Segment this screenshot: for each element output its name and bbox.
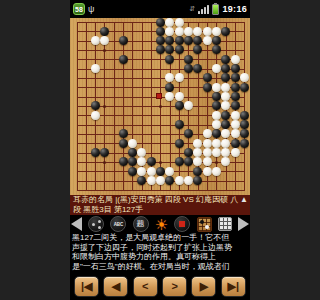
black-stone xyxy=(193,167,202,176)
problem-mode-button[interactable]: 题 xyxy=(133,216,149,232)
white-stone xyxy=(231,148,240,157)
black-stone xyxy=(231,73,240,82)
commentary-line: 声援了下边四子，同时还起到了扩张上边黑势 xyxy=(72,243,248,253)
black-stone xyxy=(128,148,137,157)
battery-percent-badge: 58 xyxy=(73,3,85,15)
black-stone xyxy=(165,55,174,64)
black-stone xyxy=(175,101,184,110)
white-stone xyxy=(175,18,184,27)
black-stone xyxy=(212,45,221,54)
black-stone xyxy=(175,45,184,54)
white-stone xyxy=(91,36,100,45)
black-stone xyxy=(212,101,221,110)
settings-sun-icon[interactable]: ☀ xyxy=(155,217,168,232)
commentary-line: 黑127二间关，是大局观卓绝的一手！它不但 xyxy=(72,233,248,243)
white-stone xyxy=(221,157,230,166)
white-stone xyxy=(212,120,221,129)
white-stone xyxy=(212,64,221,73)
white-stone xyxy=(147,176,156,185)
black-stone xyxy=(128,167,137,176)
record-icon xyxy=(179,221,185,227)
app-screen: 58 ψ ⇵ 19:16 耳赤的名局 |(黑)安田秀策 四段 VS 幻庵因硕 八… xyxy=(70,0,250,300)
white-stone xyxy=(184,101,193,110)
black-stone xyxy=(221,73,230,82)
black-stone xyxy=(184,36,193,45)
black-stone xyxy=(119,129,128,138)
black-stone xyxy=(119,55,128,64)
black-stone xyxy=(175,139,184,148)
white-stone xyxy=(137,148,146,157)
white-stone xyxy=(221,92,230,101)
black-stone xyxy=(184,157,193,166)
white-stone xyxy=(147,167,156,176)
black-stone xyxy=(212,36,221,45)
black-stone xyxy=(156,36,165,45)
black-stone xyxy=(231,101,240,110)
white-stone xyxy=(203,157,212,166)
black-stone xyxy=(165,36,174,45)
black-stone xyxy=(240,83,249,92)
black-stone xyxy=(128,157,137,166)
move-navigation-bar: |◀ ◀ < > ▶ ▶| xyxy=(70,272,250,300)
status-clock: 19:16 xyxy=(222,4,247,14)
white-stone xyxy=(175,176,184,185)
white-stone xyxy=(165,92,174,101)
black-stone xyxy=(165,45,174,54)
white-stone xyxy=(193,139,202,148)
go-board[interactable] xyxy=(70,18,250,195)
white-stone xyxy=(165,73,174,82)
white-stone xyxy=(212,111,221,120)
icon-toolbar: ABC 题 ☀ xyxy=(70,215,250,233)
white-stone xyxy=(193,148,202,157)
white-stone xyxy=(231,111,240,120)
black-stone xyxy=(100,148,109,157)
black-stone xyxy=(193,36,202,45)
black-stone xyxy=(175,36,184,45)
black-stone xyxy=(212,92,221,101)
black-stone xyxy=(240,129,249,138)
board-view-button[interactable] xyxy=(197,217,212,232)
white-stone xyxy=(212,148,221,157)
black-stone xyxy=(240,120,249,129)
problem-icon: 题 xyxy=(137,220,145,228)
black-stone xyxy=(212,129,221,138)
move-commentary: 黑127二间关，是大局观卓绝的一手！它不但 声援了下边四子，同时还起到了扩张上边… xyxy=(70,233,250,272)
black-stone xyxy=(91,101,100,110)
white-stone xyxy=(203,129,212,138)
white-stone xyxy=(231,129,240,138)
white-stone xyxy=(231,55,240,64)
game-title-line2: 段 黑胜3目 第127手 xyxy=(73,205,247,215)
prev-game-arrow-icon[interactable] xyxy=(71,217,82,231)
black-stone xyxy=(231,64,240,73)
forward-fast-button[interactable]: ▶ xyxy=(191,276,216,297)
white-stone xyxy=(184,27,193,36)
white-stone xyxy=(212,27,221,36)
white-stone xyxy=(221,148,230,157)
black-stone xyxy=(240,111,249,120)
black-stone xyxy=(156,18,165,27)
white-stone xyxy=(100,36,109,45)
black-stone xyxy=(175,120,184,129)
white-stone xyxy=(193,157,202,166)
black-stone xyxy=(156,167,165,176)
black-stone xyxy=(221,55,230,64)
black-stone xyxy=(184,55,193,64)
white-stone xyxy=(137,157,146,166)
black-stone xyxy=(165,83,174,92)
black-stone xyxy=(137,176,146,185)
black-stone xyxy=(165,176,174,185)
black-stone xyxy=(221,111,230,120)
white-stone xyxy=(175,27,184,36)
white-stone xyxy=(203,148,212,157)
white-stone xyxy=(137,167,146,176)
last-move-marker xyxy=(156,93,162,99)
white-stone xyxy=(212,167,221,176)
black-stone xyxy=(147,157,156,166)
grid-coordinates-button[interactable] xyxy=(218,217,232,231)
black-stone xyxy=(184,64,193,73)
black-stone xyxy=(240,139,249,148)
black-stone xyxy=(231,139,240,148)
black-stone xyxy=(184,148,193,157)
white-stone xyxy=(184,176,193,185)
share-icon xyxy=(92,220,101,229)
back-fast-button[interactable]: ◀ xyxy=(103,276,128,297)
white-stone xyxy=(221,139,230,148)
black-stone xyxy=(193,176,202,185)
game-title-bar: 耳赤的名局 |(黑)安田秀策 四段 VS 幻庵因硕 八 段 黑胜3目 第127手… xyxy=(70,195,250,215)
white-stone xyxy=(212,139,221,148)
collapse-title-icon[interactable]: ▲ xyxy=(240,196,248,204)
white-stone xyxy=(165,27,174,36)
go-to-end-button[interactable]: ▶| xyxy=(221,276,246,297)
white-stone xyxy=(203,167,212,176)
black-stone xyxy=(221,27,230,36)
status-bar: 58 ψ ⇵ 19:16 xyxy=(70,0,250,18)
black-stone xyxy=(119,36,128,45)
black-stone xyxy=(100,27,109,36)
white-stone xyxy=(175,73,184,82)
white-stone xyxy=(240,73,249,82)
black-stone xyxy=(156,45,165,54)
black-stone xyxy=(119,157,128,166)
data-traffic-icon: ⇵ xyxy=(190,5,196,13)
usb-icon: ψ xyxy=(88,5,94,14)
white-stone xyxy=(221,83,230,92)
black-stone xyxy=(156,27,165,36)
grid-line-v xyxy=(244,22,245,191)
game-title-line1: 耳赤的名局 |(黑)安田秀策 四段 VS 幻庵因硕 八 xyxy=(73,195,247,205)
white-stone xyxy=(203,36,212,45)
black-stone xyxy=(119,139,128,148)
black-stone xyxy=(91,148,100,157)
white-stone xyxy=(221,101,230,110)
white-stone xyxy=(165,167,174,176)
black-stone xyxy=(175,157,184,166)
white-stone xyxy=(231,120,240,129)
black-stone xyxy=(184,129,193,138)
grid-line-h xyxy=(77,190,246,191)
commentary-line: 是"一石三鸟"的好棋。在对局当时，观战者们 xyxy=(72,262,248,272)
white-stone xyxy=(156,176,165,185)
white-stone xyxy=(193,27,202,36)
white-stone xyxy=(203,139,212,148)
back-one-button[interactable]: < xyxy=(133,276,158,297)
black-stone xyxy=(231,92,240,101)
white-stone xyxy=(91,111,100,120)
white-stone xyxy=(165,18,174,27)
abc-icon: ABC xyxy=(114,222,123,227)
black-stone xyxy=(203,83,212,92)
black-stone xyxy=(221,120,230,129)
record-button[interactable] xyxy=(174,216,190,232)
commentary-line: 和限制白方中腹势力的作用。真可称得上 xyxy=(72,252,248,262)
white-stone xyxy=(203,27,212,36)
white-stone xyxy=(128,139,137,148)
next-game-arrow-icon[interactable] xyxy=(238,217,249,231)
go-to-start-button[interactable]: |◀ xyxy=(74,276,99,297)
black-stone xyxy=(231,83,240,92)
forward-one-button[interactable]: > xyxy=(162,276,187,297)
battery-icon xyxy=(212,4,219,15)
white-stone xyxy=(91,64,100,73)
black-stone xyxy=(221,64,230,73)
white-stone xyxy=(212,83,221,92)
white-stone xyxy=(221,129,230,138)
signal-strength-icon xyxy=(198,4,209,14)
black-stone xyxy=(193,64,202,73)
black-stone xyxy=(203,73,212,82)
share-button[interactable] xyxy=(88,216,104,232)
abc-labels-button[interactable]: ABC xyxy=(110,216,126,232)
black-stone xyxy=(193,45,202,54)
white-stone xyxy=(175,92,184,101)
